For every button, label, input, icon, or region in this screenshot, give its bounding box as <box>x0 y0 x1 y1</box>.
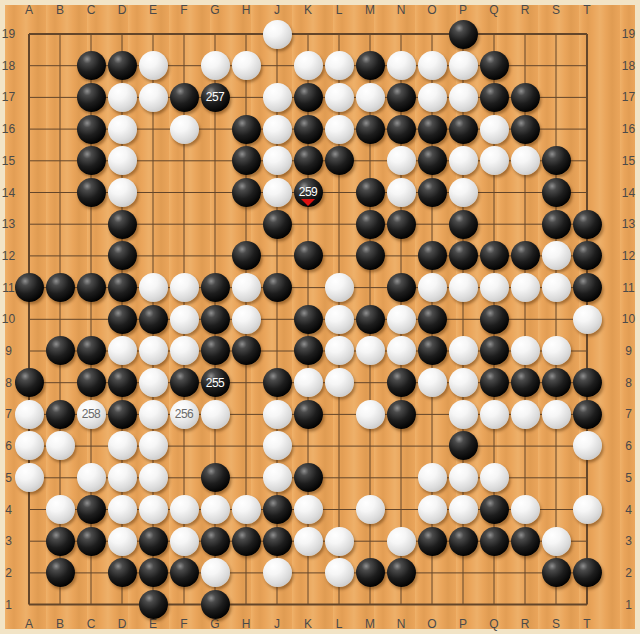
black-stone-N8[interactable] <box>387 368 416 397</box>
white-stone-J16[interactable] <box>263 115 292 144</box>
coordinate-label: E <box>143 3 163 17</box>
black-stone-O15[interactable] <box>418 146 447 175</box>
white-stone-F7[interactable]: 256 <box>170 400 199 429</box>
black-stone-B9[interactable] <box>46 336 75 365</box>
white-stone-P4[interactable] <box>449 495 478 524</box>
black-stone-G5[interactable] <box>201 463 230 492</box>
white-stone-E5[interactable] <box>139 463 168 492</box>
black-stone-T12[interactable] <box>573 241 602 270</box>
coordinate-label: 11 <box>620 281 637 295</box>
black-stone-J4[interactable] <box>263 495 292 524</box>
white-stone-F4[interactable] <box>170 495 199 524</box>
white-stone-M7[interactable] <box>356 400 385 429</box>
black-stone-G1[interactable] <box>201 590 230 619</box>
black-stone-H12[interactable] <box>232 241 261 270</box>
coordinate-label: L <box>329 3 349 17</box>
white-stone-P15[interactable] <box>449 146 478 175</box>
go-board-screenshot: { "game": "go", "board": { "size": 19, "… <box>0 0 640 634</box>
black-stone-M14[interactable] <box>356 178 385 207</box>
coordinate-label: T <box>577 3 597 17</box>
coordinate-label: M <box>360 3 380 17</box>
black-stone-B2[interactable] <box>46 558 75 587</box>
white-stone-F16[interactable] <box>170 115 199 144</box>
black-stone-C11[interactable] <box>77 273 106 302</box>
move-number-label: 256 <box>175 407 194 421</box>
white-stone-F3[interactable] <box>170 527 199 556</box>
white-stone-E8[interactable] <box>139 368 168 397</box>
white-stone-E6[interactable] <box>139 431 168 460</box>
black-stone-C8[interactable] <box>77 368 106 397</box>
white-stone-E11[interactable] <box>139 273 168 302</box>
black-stone-Q12[interactable] <box>480 241 509 270</box>
white-stone-T4[interactable] <box>573 495 602 524</box>
coordinate-label: P <box>453 3 473 17</box>
black-stone-C17[interactable] <box>77 83 106 112</box>
white-stone-D14[interactable] <box>108 178 137 207</box>
white-stone-L10[interactable] <box>325 305 354 334</box>
white-stone-T10[interactable] <box>573 305 602 334</box>
white-stone-G2[interactable] <box>201 558 230 587</box>
black-stone-G10[interactable] <box>201 305 230 334</box>
black-stone-G11[interactable] <box>201 273 230 302</box>
white-stone-K3[interactable] <box>294 527 323 556</box>
white-stone-O11[interactable] <box>418 273 447 302</box>
white-stone-K8[interactable] <box>294 368 323 397</box>
coordinate-label: 19 <box>620 27 637 41</box>
black-stone-M18[interactable] <box>356 51 385 80</box>
black-stone-T8[interactable] <box>573 368 602 397</box>
white-stone-D9[interactable] <box>108 336 137 365</box>
white-stone-F11[interactable] <box>170 273 199 302</box>
coordinate-label: O <box>422 3 442 17</box>
white-stone-E17[interactable] <box>139 83 168 112</box>
black-stone-B7[interactable] <box>46 400 75 429</box>
black-stone-H16[interactable] <box>232 115 261 144</box>
white-stone-C7[interactable]: 258 <box>77 400 106 429</box>
white-stone-J15[interactable] <box>263 146 292 175</box>
white-stone-B6[interactable] <box>46 431 75 460</box>
black-stone-P6[interactable] <box>449 431 478 460</box>
white-stone-E4[interactable] <box>139 495 168 524</box>
black-stone-G9[interactable] <box>201 336 230 365</box>
black-stone-M16[interactable] <box>356 115 385 144</box>
white-stone-P7[interactable] <box>449 400 478 429</box>
black-stone-Q10[interactable] <box>480 305 509 334</box>
stones-layer[interactable]: 257259255258256 <box>14 18 603 620</box>
black-stone-N17[interactable] <box>387 83 416 112</box>
coordinate-label: N <box>391 3 411 17</box>
white-stone-A6[interactable] <box>15 431 44 460</box>
coordinate-label: 16 <box>620 122 637 136</box>
coordinate-label: B <box>50 3 70 17</box>
white-stone-L2[interactable] <box>325 558 354 587</box>
white-stone-F9[interactable] <box>170 336 199 365</box>
coordinate-label: F <box>174 3 194 17</box>
coordinate-label: 13 <box>620 217 637 231</box>
white-stone-N15[interactable] <box>387 146 416 175</box>
coordinate-label: 18 <box>620 59 637 73</box>
white-stone-R4[interactable] <box>511 495 540 524</box>
black-stone-K17[interactable] <box>294 83 323 112</box>
black-stone-S15[interactable] <box>542 146 571 175</box>
black-stone-R12[interactable] <box>511 241 540 270</box>
white-stone-D5[interactable] <box>108 463 137 492</box>
white-stone-K4[interactable] <box>294 495 323 524</box>
white-stone-D17[interactable] <box>108 83 137 112</box>
white-stone-M9[interactable] <box>356 336 385 365</box>
white-stone-P17[interactable] <box>449 83 478 112</box>
white-stone-D16[interactable] <box>108 115 137 144</box>
black-stone-M2[interactable] <box>356 558 385 587</box>
white-stone-L8[interactable] <box>325 368 354 397</box>
black-stone-N11[interactable] <box>387 273 416 302</box>
black-stone-C4[interactable] <box>77 495 106 524</box>
black-stone-H14[interactable] <box>232 178 261 207</box>
white-stone-D6[interactable] <box>108 431 137 460</box>
black-stone-M13[interactable] <box>356 210 385 239</box>
black-stone-O16[interactable] <box>418 115 447 144</box>
coordinate-label: 5 <box>620 471 637 485</box>
black-stone-D18[interactable] <box>108 51 137 80</box>
black-stone-T2[interactable] <box>573 558 602 587</box>
coordinate-label: 2 <box>620 566 637 580</box>
black-stone-O12[interactable] <box>418 241 447 270</box>
white-stone-S7[interactable] <box>542 400 571 429</box>
coordinate-label: A <box>19 3 39 17</box>
coordinate-label: 4 <box>620 503 637 517</box>
black-stone-D11[interactable] <box>108 273 137 302</box>
white-stone-D15[interactable] <box>108 146 137 175</box>
black-stone-P12[interactable] <box>449 241 478 270</box>
white-stone-G4[interactable] <box>201 495 230 524</box>
black-stone-D12[interactable] <box>108 241 137 270</box>
white-stone-C5[interactable] <box>77 463 106 492</box>
black-stone-C15[interactable] <box>77 146 106 175</box>
white-stone-E9[interactable] <box>139 336 168 365</box>
black-stone-T7[interactable] <box>573 400 602 429</box>
black-stone-E3[interactable] <box>139 527 168 556</box>
white-stone-S9[interactable] <box>542 336 571 365</box>
coordinate-label: 1 <box>620 598 637 612</box>
black-stone-K14[interactable]: 259 <box>294 178 323 207</box>
black-stone-K5[interactable] <box>294 463 323 492</box>
coordinate-label: C <box>81 3 101 17</box>
white-stone-P18[interactable] <box>449 51 478 80</box>
black-stone-G17[interactable]: 257 <box>201 83 230 112</box>
black-stone-J8[interactable] <box>263 368 292 397</box>
coordinate-label: 6 <box>620 439 637 453</box>
black-stone-N7[interactable] <box>387 400 416 429</box>
black-stone-Q17[interactable] <box>480 83 509 112</box>
move-number-label: 255 <box>206 376 225 390</box>
black-stone-R17[interactable] <box>511 83 540 112</box>
black-stone-E2[interactable] <box>139 558 168 587</box>
black-stone-P16[interactable] <box>449 115 478 144</box>
white-stone-D3[interactable] <box>108 527 137 556</box>
white-stone-G18[interactable] <box>201 51 230 80</box>
black-stone-K9[interactable] <box>294 336 323 365</box>
white-stone-J7[interactable] <box>263 400 292 429</box>
white-stone-T6[interactable] <box>573 431 602 460</box>
coordinate-label: 3 <box>620 534 637 548</box>
white-stone-J19[interactable] <box>263 20 292 49</box>
white-stone-P11[interactable] <box>449 273 478 302</box>
white-stone-N18[interactable] <box>387 51 416 80</box>
white-stone-N10[interactable] <box>387 305 416 334</box>
white-stone-O8[interactable] <box>418 368 447 397</box>
black-stone-S13[interactable] <box>542 210 571 239</box>
white-stone-S3[interactable] <box>542 527 571 556</box>
black-stone-F17[interactable] <box>170 83 199 112</box>
black-stone-S14[interactable] <box>542 178 571 207</box>
black-stone-Q4[interactable] <box>480 495 509 524</box>
white-stone-P5[interactable] <box>449 463 478 492</box>
coordinate-label: H <box>236 3 256 17</box>
white-stone-P14[interactable] <box>449 178 478 207</box>
white-stone-J2[interactable] <box>263 558 292 587</box>
black-stone-B3[interactable] <box>46 527 75 556</box>
black-stone-J11[interactable] <box>263 273 292 302</box>
black-stone-A11[interactable] <box>15 273 44 302</box>
white-stone-B4[interactable] <box>46 495 75 524</box>
white-stone-N9[interactable] <box>387 336 416 365</box>
coordinate-label: 15 <box>620 154 637 168</box>
coordinate-label: 7 <box>620 407 637 421</box>
black-stone-R16[interactable] <box>511 115 540 144</box>
white-stone-K18[interactable] <box>294 51 323 80</box>
white-stone-P9[interactable] <box>449 336 478 365</box>
black-stone-D10[interactable] <box>108 305 137 334</box>
black-stone-H15[interactable] <box>232 146 261 175</box>
black-stone-C9[interactable] <box>77 336 106 365</box>
black-stone-K12[interactable] <box>294 241 323 270</box>
black-stone-N13[interactable] <box>387 210 416 239</box>
white-stone-D4[interactable] <box>108 495 137 524</box>
white-stone-J6[interactable] <box>263 431 292 460</box>
white-stone-O4[interactable] <box>418 495 447 524</box>
black-stone-K15[interactable] <box>294 146 323 175</box>
white-stone-Q7[interactable] <box>480 400 509 429</box>
black-stone-E1[interactable] <box>139 590 168 619</box>
black-stone-D8[interactable] <box>108 368 137 397</box>
black-stone-P3[interactable] <box>449 527 478 556</box>
black-stone-C3[interactable] <box>77 527 106 556</box>
white-stone-J17[interactable] <box>263 83 292 112</box>
white-stone-J14[interactable] <box>263 178 292 207</box>
black-stone-G3[interactable] <box>201 527 230 556</box>
move-number-label: 257 <box>206 90 225 104</box>
white-stone-H10[interactable] <box>232 305 261 334</box>
black-stone-D13[interactable] <box>108 210 137 239</box>
black-stone-E10[interactable] <box>139 305 168 334</box>
white-stone-A7[interactable] <box>15 400 44 429</box>
black-stone-N2[interactable] <box>387 558 416 587</box>
white-stone-R11[interactable] <box>511 273 540 302</box>
black-stone-C14[interactable] <box>77 178 106 207</box>
white-stone-N3[interactable] <box>387 527 416 556</box>
coordinate-label: S <box>546 3 566 17</box>
black-stone-S8[interactable] <box>542 368 571 397</box>
coordinate-label: R <box>515 3 535 17</box>
white-stone-R7[interactable] <box>511 400 540 429</box>
coordinate-label: 10 <box>620 312 637 326</box>
black-stone-A8[interactable] <box>15 368 44 397</box>
black-stone-K10[interactable] <box>294 305 323 334</box>
coordinate-label: G <box>205 3 225 17</box>
black-stone-J3[interactable] <box>263 527 292 556</box>
black-stone-F8[interactable] <box>170 368 199 397</box>
white-stone-L17[interactable] <box>325 83 354 112</box>
white-stone-O18[interactable] <box>418 51 447 80</box>
white-stone-H11[interactable] <box>232 273 261 302</box>
white-stone-O17[interactable] <box>418 83 447 112</box>
white-stone-G7[interactable] <box>201 400 230 429</box>
white-stone-R15[interactable] <box>511 146 540 175</box>
white-stone-L16[interactable] <box>325 115 354 144</box>
black-stone-H9[interactable] <box>232 336 261 365</box>
white-stone-Q16[interactable] <box>480 115 509 144</box>
white-stone-Q5[interactable] <box>480 463 509 492</box>
black-stone-C16[interactable] <box>77 115 106 144</box>
coordinate-label: 17 <box>620 90 637 104</box>
coordinate-label: 9 <box>620 344 637 358</box>
black-stone-D2[interactable] <box>108 558 137 587</box>
white-stone-L11[interactable] <box>325 273 354 302</box>
black-stone-H3[interactable] <box>232 527 261 556</box>
black-stone-M10[interactable] <box>356 305 385 334</box>
white-stone-L9[interactable] <box>325 336 354 365</box>
black-stone-T13[interactable] <box>573 210 602 239</box>
white-stone-L18[interactable] <box>325 51 354 80</box>
white-stone-O5[interactable] <box>418 463 447 492</box>
black-stone-Q18[interactable] <box>480 51 509 80</box>
white-stone-M17[interactable] <box>356 83 385 112</box>
coordinate-label: K <box>298 3 318 17</box>
black-stone-O9[interactable] <box>418 336 447 365</box>
white-stone-R9[interactable] <box>511 336 540 365</box>
white-stone-J5[interactable] <box>263 463 292 492</box>
white-stone-Q11[interactable] <box>480 273 509 302</box>
black-stone-O3[interactable] <box>418 527 447 556</box>
black-stone-P13[interactable] <box>449 210 478 239</box>
coordinate-label: 14 <box>620 186 637 200</box>
white-stone-S12[interactable] <box>542 241 571 270</box>
white-stone-P8[interactable] <box>449 368 478 397</box>
black-stone-R3[interactable] <box>511 527 540 556</box>
black-stone-L15[interactable] <box>325 146 354 175</box>
coordinate-label: 12 <box>620 249 637 263</box>
white-stone-H18[interactable] <box>232 51 261 80</box>
black-stone-O14[interactable] <box>418 178 447 207</box>
black-stone-G8[interactable]: 255 <box>201 368 230 397</box>
coordinate-label: D <box>112 3 132 17</box>
white-stone-F10[interactable] <box>170 305 199 334</box>
black-stone-C18[interactable] <box>77 51 106 80</box>
move-number-label: 258 <box>82 407 101 421</box>
white-stone-N14[interactable] <box>387 178 416 207</box>
black-stone-Q3[interactable] <box>480 527 509 556</box>
black-stone-R8[interactable] <box>511 368 540 397</box>
last-move-marker <box>301 199 315 206</box>
white-stone-H4[interactable] <box>232 495 261 524</box>
black-stone-Q8[interactable] <box>480 368 509 397</box>
black-stone-D7[interactable] <box>108 400 137 429</box>
coordinate-label: Q <box>484 3 504 17</box>
black-stone-F2[interactable] <box>170 558 199 587</box>
move-number-label: 259 <box>299 185 318 199</box>
black-stone-Q9[interactable] <box>480 336 509 365</box>
black-stone-B11[interactable] <box>46 273 75 302</box>
black-stone-J13[interactable] <box>263 210 292 239</box>
black-stone-K7[interactable] <box>294 400 323 429</box>
white-stone-M4[interactable] <box>356 495 385 524</box>
black-stone-K16[interactable] <box>294 115 323 144</box>
white-stone-S11[interactable] <box>542 273 571 302</box>
white-stone-L3[interactable] <box>325 527 354 556</box>
white-stone-Q15[interactable] <box>480 146 509 175</box>
white-stone-E18[interactable] <box>139 51 168 80</box>
black-stone-P19[interactable] <box>449 20 478 49</box>
black-stone-M12[interactable] <box>356 241 385 270</box>
coordinate-label: J <box>267 3 287 17</box>
black-stone-O10[interactable] <box>418 305 447 334</box>
coordinate-label: 8 <box>620 376 637 390</box>
black-stone-T11[interactable] <box>573 273 602 302</box>
white-stone-E7[interactable] <box>139 400 168 429</box>
black-stone-S2[interactable] <box>542 558 571 587</box>
black-stone-N16[interactable] <box>387 115 416 144</box>
white-stone-A5[interactable] <box>15 463 44 492</box>
